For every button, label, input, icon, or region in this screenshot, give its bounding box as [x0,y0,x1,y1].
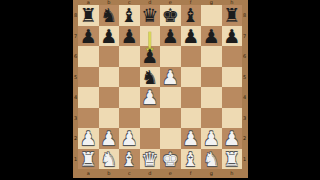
chessboard: ♜♞♝♛♚♝♜♟♟♟♟♟♟♟♟♞♟♟♟♟♟♟♟♟♜♞♝♛♚♝♞♜ [78,5,242,169]
square-h8[interactable]: ♜ [222,5,243,26]
white-knight[interactable]: ♞ [201,149,222,170]
square-b7[interactable]: ♟ [99,26,120,47]
black-pawn[interactable]: ♟ [201,26,222,47]
black-pawn[interactable]: ♟ [99,26,120,47]
white-pawn[interactable]: ♟ [201,128,222,149]
rank-label-4-right: 4 [242,87,247,108]
file-label-b-bottom: b [99,171,120,176]
square-c7[interactable]: ♟ [119,26,140,47]
black-rook[interactable]: ♜ [222,5,243,26]
black-pawn[interactable]: ♟ [140,46,161,67]
square-a5[interactable] [78,67,99,88]
black-bishop[interactable]: ♝ [181,5,202,26]
file-label-d-bottom: d [140,171,161,176]
file-label-c-bottom: c [119,171,140,176]
white-queen[interactable]: ♛ [140,149,161,170]
square-a2[interactable]: ♟ [78,128,99,149]
square-a4[interactable] [78,87,99,108]
black-pawn[interactable]: ♟ [222,26,243,47]
square-e7[interactable]: ♟ [160,26,181,47]
square-f8[interactable]: ♝ [181,5,202,26]
square-f5[interactable] [181,67,202,88]
black-queen[interactable]: ♛ [140,5,161,26]
square-c6[interactable] [119,46,140,67]
white-pawn[interactable]: ♟ [160,67,181,88]
white-pawn[interactable]: ♟ [181,128,202,149]
square-g6[interactable] [201,46,222,67]
square-d8[interactable]: ♛ [140,5,161,26]
square-h5[interactable] [222,67,243,88]
rank-label-7-right: 7 [242,26,247,47]
square-a8[interactable]: ♜ [78,5,99,26]
rank-label-4-left: 4 [73,87,78,108]
file-label-g-bottom: g [201,171,222,176]
white-rook[interactable]: ♜ [78,149,99,170]
rank-label-5-left: 5 [73,67,78,88]
square-c5[interactable] [119,67,140,88]
square-b1[interactable]: ♞ [99,149,120,170]
square-f6[interactable] [181,46,202,67]
black-knight[interactable]: ♞ [99,5,120,26]
black-king[interactable]: ♚ [160,5,181,26]
square-e5[interactable]: ♟ [160,67,181,88]
square-d4[interactable]: ♟ [140,87,161,108]
square-f2[interactable]: ♟ [181,128,202,149]
square-h4[interactable] [222,87,243,108]
square-d7[interactable] [140,26,161,47]
square-c8[interactable]: ♝ [119,5,140,26]
square-e2[interactable] [160,128,181,149]
square-c2[interactable]: ♟ [119,128,140,149]
file-label-h-bottom: h [222,171,243,176]
square-f3[interactable] [181,108,202,129]
file-label-f-bottom: f [181,171,202,176]
square-g8[interactable] [201,5,222,26]
square-g5[interactable] [201,67,222,88]
file-label-g-top: g [201,0,222,5]
square-b8[interactable]: ♞ [99,5,120,26]
rank-label-6-left: 6 [73,46,78,67]
square-h2[interactable]: ♟ [222,128,243,149]
black-pawn[interactable]: ♟ [181,26,202,47]
black-pawn[interactable]: ♟ [78,26,99,47]
board-frame: ♜♞♝♛♚♝♜♟♟♟♟♟♟♟♟♞♟♟♟♟♟♟♟♟♜♞♝♛♚♝♞♜ aabbccd… [73,0,248,178]
square-e8[interactable]: ♚ [160,5,181,26]
square-h1[interactable]: ♜ [222,149,243,170]
square-b3[interactable] [99,108,120,129]
white-knight[interactable]: ♞ [99,149,120,170]
black-pawn[interactable]: ♟ [160,26,181,47]
black-knight[interactable]: ♞ [140,67,161,88]
square-h7[interactable]: ♟ [222,26,243,47]
square-a7[interactable]: ♟ [78,26,99,47]
white-rook[interactable]: ♜ [222,149,243,170]
white-pawn[interactable]: ♟ [140,87,161,108]
square-g3[interactable] [201,108,222,129]
square-g4[interactable] [201,87,222,108]
file-label-a-bottom: a [78,171,99,176]
square-b2[interactable]: ♟ [99,128,120,149]
square-d6[interactable]: ♟ [140,46,161,67]
white-pawn[interactable]: ♟ [99,128,120,149]
square-h6[interactable] [222,46,243,67]
rank-label-1-right: 1 [242,149,247,170]
square-b6[interactable] [99,46,120,67]
chess-diagram: ♜♞♝♛♚♝♜♟♟♟♟♟♟♟♟♞♟♟♟♟♟♟♟♟♜♞♝♛♚♝♞♜ aabbccd… [0,0,320,180]
square-f4[interactable] [181,87,202,108]
square-g2[interactable]: ♟ [201,128,222,149]
square-b4[interactable] [99,87,120,108]
white-pawn[interactable]: ♟ [222,128,243,149]
rank-label-2-right: 2 [242,128,247,149]
white-bishop[interactable]: ♝ [181,149,202,170]
black-bishop[interactable]: ♝ [119,5,140,26]
square-c3[interactable] [119,108,140,129]
square-h3[interactable] [222,108,243,129]
square-g1[interactable]: ♞ [201,149,222,170]
rank-label-5-right: 5 [242,67,247,88]
square-a1[interactable]: ♜ [78,149,99,170]
square-d5[interactable]: ♞ [140,67,161,88]
rank-label-6-right: 6 [242,46,247,67]
black-rook[interactable]: ♜ [78,5,99,26]
square-d2[interactable] [140,128,161,149]
square-c1[interactable]: ♝ [119,149,140,170]
square-e3[interactable] [160,108,181,129]
rank-label-3-right: 3 [242,108,247,129]
white-bishop[interactable]: ♝ [119,149,140,170]
square-f1[interactable]: ♝ [181,149,202,170]
square-e6[interactable] [160,46,181,67]
white-king[interactable]: ♚ [160,149,181,170]
square-d3[interactable] [140,108,161,129]
square-c4[interactable] [119,87,140,108]
square-b5[interactable] [99,67,120,88]
white-pawn[interactable]: ♟ [119,128,140,149]
white-pawn[interactable]: ♟ [78,128,99,149]
rank-label-8-right: 8 [242,5,247,26]
file-label-e-bottom: e [160,171,181,176]
square-f7[interactable]: ♟ [181,26,202,47]
square-g7[interactable]: ♟ [201,26,222,47]
square-e1[interactable]: ♚ [160,149,181,170]
square-e4[interactable] [160,87,181,108]
rank-label-3-left: 3 [73,108,78,129]
square-a3[interactable] [78,108,99,129]
black-pawn[interactable]: ♟ [119,26,140,47]
square-a6[interactable] [78,46,99,67]
square-d1[interactable]: ♛ [140,149,161,170]
